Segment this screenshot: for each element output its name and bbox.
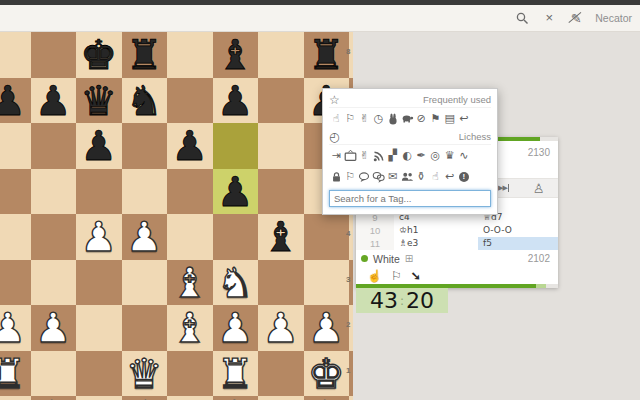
square-f6[interactable] [213,123,259,169]
square-f2[interactable]: ♟ [213,305,259,351]
piece-black-bishop[interactable]: ♝ [258,214,304,260]
thumbs-up-icon[interactable]: ☝ [367,270,382,282]
alert-icon[interactable]: ! [457,170,471,184]
star-icon[interactable]: ☆ [329,93,340,107]
piece-white-pawn[interactable]: ♟ [31,305,77,351]
square-b6[interactable] [31,123,77,169]
square-e7[interactable] [167,78,213,124]
search-icon[interactable] [514,10,530,26]
square-f5[interactable]: ♟ [213,169,259,215]
people-icon[interactable] [400,170,414,184]
square-e5[interactable] [167,169,213,215]
piece-black-king[interactable]: ♚ [76,32,122,78]
hand-icon[interactable]: ✌ [357,149,371,163]
square-h1[interactable]: ♚ [304,351,350,397]
rank-label-3: 3 [346,275,350,284]
square-c3[interactable] [76,260,122,306]
square-a2[interactable]: ♟ [0,305,31,351]
square-b1[interactable] [31,351,77,397]
square-f7[interactable]: ♟ [213,78,259,124]
block-icon[interactable]: ⊘ [414,112,428,126]
piece-black-queen[interactable]: ♛ [76,78,122,124]
rank-label-1: 1 [346,366,350,375]
pen-icon[interactable]: ✒ [414,149,428,163]
square-d1[interactable]: ♛ [122,351,168,397]
square-a6[interactable] [0,123,31,169]
board-grid[interactable]: ♚♜♝♜♟♟♛♞♟♟♟♟♟♟♟♝♝♞♟♟♝♟♟♟♜♛♜♚87654321abcd… [0,32,353,400]
piece-white-knight[interactable]: ♞ [213,260,259,306]
square-g2[interactable]: ♟ [258,305,304,351]
square-b7[interactable]: ♟ [31,78,77,124]
piece-black-pawn[interactable]: ♟ [213,169,259,215]
square-a5[interactable] [0,169,31,215]
piece-black-pawn[interactable]: ♟ [213,78,259,124]
piece-white-queen[interactable]: ♛ [122,351,168,397]
piece-black-rook[interactable]: ♜ [122,32,168,78]
square-d2[interactable] [122,305,168,351]
square-g5[interactable] [258,169,304,215]
square-g3[interactable] [258,260,304,306]
square-g7[interactable] [258,78,304,124]
square-e2[interactable]: ♝ [167,305,213,351]
clock-colon: : [400,294,404,308]
frequently-used-tags: ☝ ⚐ ✌ ◷ ⊘ ⚑ ▤ ↩ [329,108,491,129]
piece-white-pawn[interactable]: ♟ [122,214,168,260]
piece-black-pawn[interactable]: ♟ [76,123,122,169]
square-b5[interactable] [31,169,77,215]
square-h3[interactable] [304,260,350,306]
undo-icon[interactable]: ↩ [457,112,471,126]
piece-black-pawn[interactable]: ♟ [167,123,213,169]
square-e8[interactable] [167,32,213,78]
piece-white-bishop[interactable]: ♝ [167,305,213,351]
square-d3[interactable] [122,260,168,306]
piece-black-knight[interactable]: ♞ [122,78,168,124]
turtle-icon[interactable] [400,112,414,126]
blocks-icon[interactable]: ▞ [386,149,400,163]
analysis-board-icon[interactable]: ♙ [533,182,545,195]
section-title: Lichess [459,131,491,142]
square-c6[interactable]: ♟ [76,123,122,169]
move-number: 10 [356,224,394,237]
square-a8[interactable] [0,32,31,78]
square-d7[interactable]: ♞ [122,78,168,124]
piece-white-rook[interactable]: ♜ [213,351,259,397]
piece-black-rook[interactable]: ♜ [304,32,350,78]
chart-icon[interactable]: ∿ [457,149,471,163]
top-toolbar: × ✎ Necator [0,5,640,32]
clock-minutes: 43 [370,288,398,313]
game-clock: 43 : 20 [356,288,448,313]
square-g6[interactable] [258,123,304,169]
piece-white-bishop[interactable]: ♝ [167,260,213,306]
square-a7[interactable]: ♟ [0,78,31,124]
skip-to-end-icon[interactable]: ▶▶ [498,184,509,192]
thumbs-up-icon[interactable]: ☝ [428,170,442,184]
board-margin [213,396,259,400]
square-h4[interactable] [304,214,350,260]
square-h2[interactable]: ♟ [304,305,350,351]
white-move[interactable]: ♗e3 [394,237,478,250]
target-icon[interactable]: ◎ [428,149,442,163]
hand-icon[interactable]: ✌ [357,112,371,126]
lichess-tags-row2: ⚐ ✉ ⚱ ☝ ↩ ! [329,166,491,187]
top-player-rating: 2130 [528,147,558,158]
mail-icon[interactable]: ✉ [386,170,400,184]
crown-icon[interactable]: ♛ [443,149,457,163]
close-icon[interactable]: × [541,10,557,26]
clock-seconds: 20 [406,288,434,313]
square-c8[interactable]: ♚ [76,32,122,78]
chats-icon[interactable] [372,170,386,184]
speed-clock-icon[interactable]: ◴ [329,130,339,144]
lock-icon[interactable] [329,170,343,184]
move-number: 11 [356,237,394,250]
chess-board[interactable]: ♚♜♝♜♟♟♛♞♟♟♟♟♟♟♟♝♝♞♟♟♝♟♟♟♜♛♜♚87654321abcd… [0,32,353,400]
piece-black-pawn[interactable]: ♟ [0,78,31,124]
lichess-header: ◴ Lichess [329,129,491,145]
online-dot [361,255,368,262]
square-c1[interactable] [76,351,122,397]
broadcast-icon[interactable] [372,149,386,163]
undo-icon[interactable]: ↩ [443,170,457,184]
move-row: 11 ♗e3 f5 [356,237,558,250]
clock-icon[interactable]: ◷ [372,112,386,126]
bottom-player-row: White ⊞ 2102 [356,250,558,267]
square-g8[interactable] [258,32,304,78]
black-move-selected[interactable]: f5 [478,237,558,250]
square-h8[interactable]: ♜ [304,32,350,78]
square-b2[interactable]: ♟ [31,305,77,351]
square-c2[interactable] [76,305,122,351]
shield-icon[interactable]: ◐ [400,149,414,163]
flag-icon[interactable]: ⚐ [343,170,357,184]
flag-icon[interactable]: ⚐ [343,112,357,126]
square-f3[interactable]: ♞ [213,260,259,306]
square-f1[interactable]: ♜ [213,351,259,397]
sign-out-icon[interactable]: ⇥ [329,149,343,163]
flag-icon[interactable]: ⚐ [391,270,402,282]
square-d8[interactable]: ♜ [122,32,168,78]
book-icon[interactable]: ▤ [443,112,457,126]
square-e1[interactable] [167,351,213,397]
add-player-icon[interactable]: ⊞ [405,253,413,264]
section-title: Frequently used [423,94,491,105]
square-f8[interactable]: ♝ [213,32,259,78]
bottom-player-name: White [373,253,400,265]
piece-white-king[interactable]: ♚ [304,351,350,397]
square-g1[interactable] [258,351,304,397]
tv-icon[interactable] [343,149,357,163]
rank-label-8: 8 [346,47,350,56]
trophy-icon[interactable]: ⚱ [414,170,428,184]
square-e3[interactable]: ♝ [167,260,213,306]
arrow-down-right-icon[interactable]: ➘ [411,270,421,282]
black-move[interactable]: O-O-O [478,224,558,237]
board-margin [349,396,353,400]
piece-white-pawn[interactable]: ♟ [0,305,31,351]
flag-solid-icon[interactable]: ⚑ [428,112,442,126]
square-f4[interactable] [213,214,259,260]
square-e4[interactable] [167,214,213,260]
rank-label-4: 4 [346,229,350,238]
square-d4[interactable]: ♟ [122,214,168,260]
piece-white-rook[interactable]: ♜ [0,351,31,397]
square-b3[interactable] [31,260,77,306]
piece-black-pawn[interactable]: ♟ [31,78,77,124]
move-row: 10 ♔h1 O-O-O [356,224,558,237]
white-move[interactable]: ♔h1 [394,224,478,237]
username-label: Necator [595,12,632,24]
piece-white-pawn[interactable]: ♟ [258,305,304,351]
rank-label-2: 2 [346,320,350,329]
piece-white-pawn[interactable]: ♟ [304,305,350,351]
bottom-player-rating: 2102 [528,253,558,264]
piece-black-bishop[interactable]: ♝ [213,32,259,78]
square-c4[interactable]: ♟ [76,214,122,260]
thumbs-up-icon[interactable]: ☝ [329,112,343,126]
piece-white-pawn[interactable]: ♟ [76,214,122,260]
player-actions: ☝ ⚐ ➘ [356,267,558,284]
tag-picker-popup: ☆ Frequently used ☝ ⚐ ✌ ◷ ⊘ ⚑ ▤ ↩ ◴ Lich… [322,88,498,215]
piece-white-pawn[interactable]: ♟ [213,305,259,351]
square-a3[interactable] [0,260,31,306]
square-c5[interactable] [76,169,122,215]
square-b8[interactable] [31,32,77,78]
chat-icon[interactable] [357,170,371,184]
square-a4[interactable] [0,214,31,260]
frequently-used-header: ☆ Frequently used [329,92,491,108]
square-d5[interactable] [122,169,168,215]
square-b4[interactable] [31,214,77,260]
tag-search-input[interactable] [329,190,491,207]
square-e6[interactable]: ♟ [167,123,213,169]
edit-disabled-icon[interactable]: ✎ [568,10,584,26]
square-a1[interactable]: ♜ [0,351,31,397]
rabbit-icon[interactable] [386,112,400,126]
square-d6[interactable] [122,123,168,169]
square-g4[interactable]: ♝ [258,214,304,260]
square-c7[interactable]: ♛ [76,78,122,124]
lichess-tags-row1: ⇥ ✌ ▞ ◐ ✒ ◎ ♛ ∿ [329,145,491,166]
